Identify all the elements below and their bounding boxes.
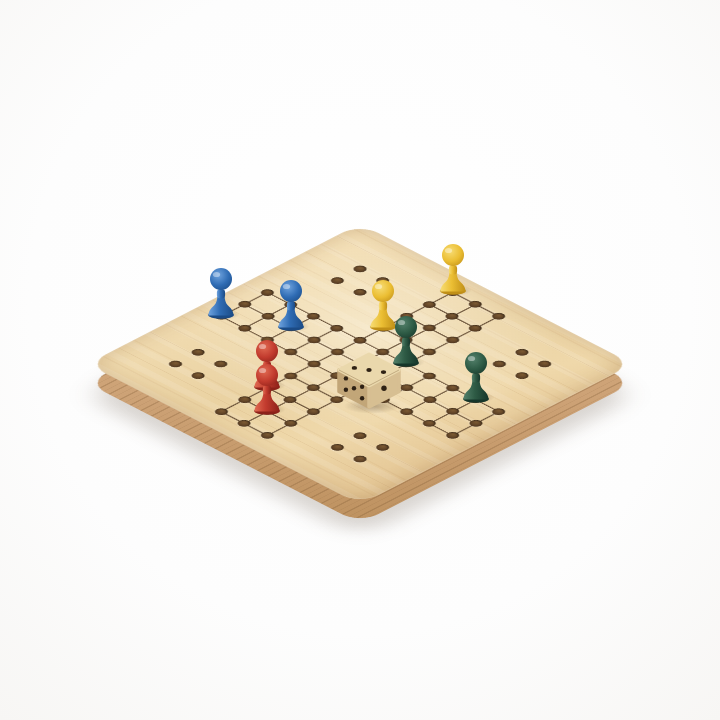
pieces-layer xyxy=(0,0,720,720)
wooden-die[interactable] xyxy=(336,351,402,411)
peg-green-6[interactable] xyxy=(458,346,494,404)
peg-blue-1[interactable] xyxy=(203,262,239,320)
peg-blue-2[interactable] xyxy=(273,274,309,332)
peg-red-8[interactable] xyxy=(249,358,285,416)
peg-yellow-4[interactable] xyxy=(435,238,471,296)
product-photo-scene xyxy=(0,0,720,720)
